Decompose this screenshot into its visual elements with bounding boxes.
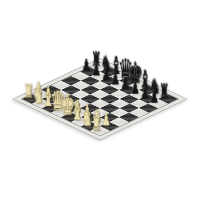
square-a1: ♜ [22,94,41,103]
board-squares-grid: ♜♞♝♛♚♝♞♜♟♟♟♟♟♟♟♟♟♟♟♟♟♟♟♟♜♞♝♛♚♝♞♜ [21,62,179,136]
square-h5 [129,108,148,117]
square-b2: ♟ [42,94,61,103]
piece-black-pawn: ♟ [69,57,104,74]
square-h8: ♜ [158,94,177,103]
chess-set-photo: ♜♞♝♛♚♝♞♜♟♟♟♟♟♟♟♟♟♟♟♟♟♟♟♟♜♞♝♛♚♝♞♜ [0,0,200,200]
piece-black-rook: ♜ [147,81,182,101]
piece-black-rook: ♜ [79,49,114,69]
chess-board: ♜♞♝♛♚♝♞♜♟♟♟♟♟♟♟♟♟♟♟♟♟♟♟♟♜♞♝♛♚♝♞♜ [12,58,187,140]
